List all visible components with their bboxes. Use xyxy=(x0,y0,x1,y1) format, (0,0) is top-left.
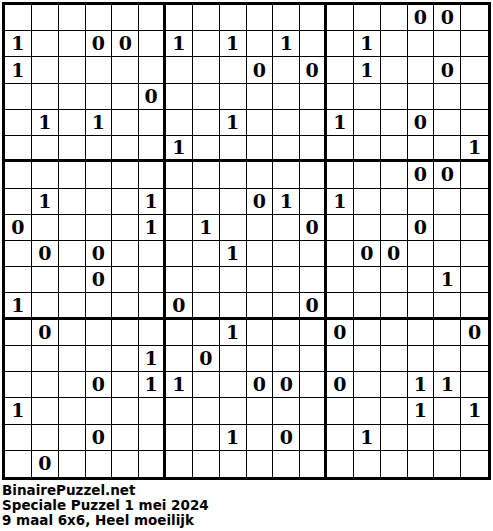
cell-r16c2-empty xyxy=(32,398,59,424)
cell-r8c4-empty xyxy=(86,189,113,215)
cell-r9c8-given-1: 1 xyxy=(193,215,220,241)
cell-r2c10-empty xyxy=(247,31,274,57)
cell-r3c7-empty xyxy=(166,57,193,83)
cell-r6c6-empty xyxy=(139,136,166,162)
cell-r13c4-empty xyxy=(86,320,113,346)
cell-r6c13-empty xyxy=(327,136,354,162)
cell-r4c11-empty xyxy=(273,84,300,110)
cell-r9c14-empty xyxy=(354,215,381,241)
cell-r3c14-given-1: 1 xyxy=(354,57,381,83)
cell-r12c7-given-0: 0 xyxy=(166,293,193,319)
cell-r2c14-given-1: 1 xyxy=(354,31,381,57)
cell-r16c15-empty xyxy=(381,398,408,424)
cell-r6c17-empty xyxy=(434,136,461,162)
cell-r13c12-empty xyxy=(300,320,327,346)
cell-r5c1-empty xyxy=(5,110,32,136)
cell-r8c7-empty xyxy=(166,189,193,215)
cell-r4c3-empty xyxy=(59,84,86,110)
cell-r4c16-empty xyxy=(408,84,435,110)
cell-r15c5-empty xyxy=(112,372,139,398)
cell-r4c7-empty xyxy=(166,84,193,110)
cell-r5c8-empty xyxy=(193,110,220,136)
cell-r15c3-empty xyxy=(59,372,86,398)
cell-r17c15-empty xyxy=(381,425,408,451)
cell-r3c13-empty xyxy=(327,57,354,83)
cell-r9c4-empty xyxy=(86,215,113,241)
cell-r15c16-given-1: 1 xyxy=(408,372,435,398)
cell-r13c10-empty xyxy=(247,320,274,346)
cell-r18c3-empty xyxy=(59,451,86,477)
cell-r1c13-empty xyxy=(327,5,354,31)
cell-r17c4-given-0: 0 xyxy=(86,425,113,451)
cell-r11c18-empty xyxy=(461,267,488,293)
cell-r5c7-empty xyxy=(166,110,193,136)
cell-r10c14-given-0: 0 xyxy=(354,241,381,267)
cell-r3c10-given-0: 0 xyxy=(247,57,274,83)
cell-r5c10-empty xyxy=(247,110,274,136)
cell-r10c8-empty xyxy=(193,241,220,267)
cell-r4c8-empty xyxy=(193,84,220,110)
cell-r7c12-empty xyxy=(300,162,327,188)
cell-r1c11-empty xyxy=(273,5,300,31)
cell-r15c14-empty xyxy=(354,372,381,398)
cell-r4c6-given-0: 0 xyxy=(139,84,166,110)
cell-r17c12-empty xyxy=(300,425,327,451)
cell-r1c14-empty xyxy=(354,5,381,31)
printable-puzzle-page: 0010011111001001111011001101101100001000… xyxy=(0,0,493,531)
cell-r9c13-empty xyxy=(327,215,354,241)
cell-r1c3-empty xyxy=(59,5,86,31)
cell-r18c13-empty xyxy=(327,451,354,477)
cell-r11c2-empty xyxy=(32,267,59,293)
cell-r7c15-empty xyxy=(381,162,408,188)
cell-r18c11-empty xyxy=(273,451,300,477)
cell-r4c10-empty xyxy=(247,84,274,110)
cell-r14c17-empty xyxy=(434,346,461,372)
cell-r11c3-empty xyxy=(59,267,86,293)
cell-r12c4-empty xyxy=(86,293,113,319)
cell-r17c2-empty xyxy=(32,425,59,451)
cell-r3c11-empty xyxy=(273,57,300,83)
cell-r11c8-empty xyxy=(193,267,220,293)
cell-r5c4-given-1: 1 xyxy=(86,110,113,136)
cell-r14c2-empty xyxy=(32,346,59,372)
cell-r15c8-empty xyxy=(193,372,220,398)
cell-r1c9-empty xyxy=(220,5,247,31)
cell-r12c11-empty xyxy=(273,293,300,319)
cell-r6c8-empty xyxy=(193,136,220,162)
cell-r13c14-empty xyxy=(354,320,381,346)
cell-r2c16-empty xyxy=(408,31,435,57)
cell-r12c5-empty xyxy=(112,293,139,319)
cell-r5c16-given-0: 0 xyxy=(408,110,435,136)
cell-r17c14-given-1: 1 xyxy=(354,425,381,451)
cell-r13c17-empty xyxy=(434,320,461,346)
cell-r14c16-empty xyxy=(408,346,435,372)
cell-r11c13-empty xyxy=(327,267,354,293)
cell-r3c9-empty xyxy=(220,57,247,83)
cell-r7c7-empty xyxy=(166,162,193,188)
cell-r9c2-empty xyxy=(32,215,59,241)
cell-r18c4-empty xyxy=(86,451,113,477)
cell-r17c7-empty xyxy=(166,425,193,451)
cell-r11c17-given-1: 1 xyxy=(434,267,461,293)
cell-r14c11-empty xyxy=(273,346,300,372)
cell-r12c8-empty xyxy=(193,293,220,319)
cell-r11c15-empty xyxy=(381,267,408,293)
cell-r13c8-empty xyxy=(193,320,220,346)
cell-r3c3-empty xyxy=(59,57,86,83)
cell-r10c11-empty xyxy=(273,241,300,267)
cell-r8c6-given-1: 1 xyxy=(139,189,166,215)
cell-r11c11-empty xyxy=(273,267,300,293)
cell-r5c6-empty xyxy=(139,110,166,136)
cell-r4c1-empty xyxy=(5,84,32,110)
cell-r10c10-empty xyxy=(247,241,274,267)
cell-r7c17-given-0: 0 xyxy=(434,162,461,188)
cell-r11c5-empty xyxy=(112,267,139,293)
cell-r17c9-given-1: 1 xyxy=(220,425,247,451)
cell-r14c13-empty xyxy=(327,346,354,372)
cell-r4c4-empty xyxy=(86,84,113,110)
cell-r18c15-empty xyxy=(381,451,408,477)
cell-r12c18-empty xyxy=(461,293,488,319)
cell-r17c1-empty xyxy=(5,425,32,451)
cell-r2c6-empty xyxy=(139,31,166,57)
cell-r9c10-empty xyxy=(247,215,274,241)
cell-r13c3-empty xyxy=(59,320,86,346)
cell-r17c16-empty xyxy=(408,425,435,451)
cell-r14c4-empty xyxy=(86,346,113,372)
cell-r15c11-given-0: 0 xyxy=(273,372,300,398)
cell-r9c17-empty xyxy=(434,215,461,241)
cell-r10c9-given-1: 1 xyxy=(220,241,247,267)
cell-r13c13-given-0: 0 xyxy=(327,320,354,346)
cell-r18c8-empty xyxy=(193,451,220,477)
cell-r7c6-empty xyxy=(139,162,166,188)
cell-r15c17-given-1: 1 xyxy=(434,372,461,398)
cell-r3c17-given-0: 0 xyxy=(434,57,461,83)
cell-r14c5-empty xyxy=(112,346,139,372)
cell-r2c8-empty xyxy=(193,31,220,57)
cell-r2c15-empty xyxy=(381,31,408,57)
cell-r15c4-given-0: 0 xyxy=(86,372,113,398)
cell-r3c16-empty xyxy=(408,57,435,83)
cell-r18c10-empty xyxy=(247,451,274,477)
cell-r12c2-empty xyxy=(32,293,59,319)
cell-r15c10-given-0: 0 xyxy=(247,372,274,398)
cell-r14c7-empty xyxy=(166,346,193,372)
cell-r2c2-empty xyxy=(32,31,59,57)
cell-r6c5-empty xyxy=(112,136,139,162)
cell-r15c13-given-0: 0 xyxy=(327,372,354,398)
cell-r5c13-given-1: 1 xyxy=(327,110,354,136)
cell-r6c1-empty xyxy=(5,136,32,162)
cell-r8c9-empty xyxy=(220,189,247,215)
cell-r6c11-empty xyxy=(273,136,300,162)
cell-r6c2-empty xyxy=(32,136,59,162)
cell-r16c18-given-1: 1 xyxy=(461,398,488,424)
cell-r7c18-empty xyxy=(461,162,488,188)
cell-r8c10-given-0: 0 xyxy=(247,189,274,215)
cell-r9c12-given-0: 0 xyxy=(300,215,327,241)
cell-r14c6-given-1: 1 xyxy=(139,346,166,372)
cell-r2c7-given-1: 1 xyxy=(166,31,193,57)
cell-r8c14-empty xyxy=(354,189,381,215)
cell-r15c7-given-1: 1 xyxy=(166,372,193,398)
cell-r12c10-empty xyxy=(247,293,274,319)
cell-r7c11-empty xyxy=(273,162,300,188)
cell-r18c16-empty xyxy=(408,451,435,477)
cell-r15c6-given-1: 1 xyxy=(139,372,166,398)
cell-r14c12-empty xyxy=(300,346,327,372)
cell-r6c7-given-1: 1 xyxy=(166,136,193,162)
cell-r16c13-empty xyxy=(327,398,354,424)
cell-r5c2-given-1: 1 xyxy=(32,110,59,136)
cell-r18c17-empty xyxy=(434,451,461,477)
cell-r1c10-empty xyxy=(247,5,274,31)
cell-r8c15-empty xyxy=(381,189,408,215)
cell-r11c10-empty xyxy=(247,267,274,293)
cell-r11c16-empty xyxy=(408,267,435,293)
cell-r14c10-empty xyxy=(247,346,274,372)
cell-r2c5-given-0: 0 xyxy=(112,31,139,57)
cell-r10c16-empty xyxy=(408,241,435,267)
cell-r7c14-empty xyxy=(354,162,381,188)
cell-r6c18-given-1: 1 xyxy=(461,136,488,162)
cell-r11c12-empty xyxy=(300,267,327,293)
cell-r1c4-empty xyxy=(86,5,113,31)
cell-r1c15-empty xyxy=(381,5,408,31)
cell-r5c3-empty xyxy=(59,110,86,136)
cell-r11c14-empty xyxy=(354,267,381,293)
cell-r2c11-given-1: 1 xyxy=(273,31,300,57)
cell-r9c6-given-1: 1 xyxy=(139,215,166,241)
cell-r17c5-empty xyxy=(112,425,139,451)
cell-r8c12-empty xyxy=(300,189,327,215)
cell-r2c4-given-0: 0 xyxy=(86,31,113,57)
cell-r5c17-empty xyxy=(434,110,461,136)
cell-r16c5-empty xyxy=(112,398,139,424)
cell-r16c17-empty xyxy=(434,398,461,424)
cell-r17c18-empty xyxy=(461,425,488,451)
cell-r1c6-empty xyxy=(139,5,166,31)
cell-r16c12-empty xyxy=(300,398,327,424)
cell-r13c9-given-1: 1 xyxy=(220,320,247,346)
site-name: BinairePuzzel.net xyxy=(2,483,209,498)
cell-r3c8-empty xyxy=(193,57,220,83)
cell-r10c6-empty xyxy=(139,241,166,267)
cell-r7c13-empty xyxy=(327,162,354,188)
cell-r5c11-empty xyxy=(273,110,300,136)
cell-r3c4-empty xyxy=(86,57,113,83)
cell-r2c18-empty xyxy=(461,31,488,57)
cell-r12c17-empty xyxy=(434,293,461,319)
cell-r12c3-empty xyxy=(59,293,86,319)
cell-r9c1-given-0: 0 xyxy=(5,215,32,241)
cell-r5c5-empty xyxy=(112,110,139,136)
cell-r10c18-empty xyxy=(461,241,488,267)
cell-r5c14-empty xyxy=(354,110,381,136)
cell-r14c9-empty xyxy=(220,346,247,372)
cell-r1c16-given-0: 0 xyxy=(408,5,435,31)
cell-r18c9-empty xyxy=(220,451,247,477)
binary-puzzle-board: 0010011111001001111011001101101100001000… xyxy=(2,2,491,480)
cell-r18c7-empty xyxy=(166,451,193,477)
cell-r17c17-empty xyxy=(434,425,461,451)
cell-r3c2-empty xyxy=(32,57,59,83)
cell-r10c2-given-0: 0 xyxy=(32,241,59,267)
cell-r16c7-empty xyxy=(166,398,193,424)
cell-r2c1-given-1: 1 xyxy=(5,31,32,57)
cell-r13c6-empty xyxy=(139,320,166,346)
cell-r9c18-empty xyxy=(461,215,488,241)
cell-r10c7-empty xyxy=(166,241,193,267)
cell-r14c1-empty xyxy=(5,346,32,372)
cell-r9c3-empty xyxy=(59,215,86,241)
cell-r3c12-given-0: 0 xyxy=(300,57,327,83)
cell-r6c9-empty xyxy=(220,136,247,162)
cell-r14c3-empty xyxy=(59,346,86,372)
cell-r8c2-given-1: 1 xyxy=(32,189,59,215)
cell-r12c1-given-1: 1 xyxy=(5,293,32,319)
cell-r12c15-empty xyxy=(381,293,408,319)
cell-r8c13-given-1: 1 xyxy=(327,189,354,215)
cell-r3c18-empty xyxy=(461,57,488,83)
cell-r7c8-empty xyxy=(193,162,220,188)
cell-r11c7-empty xyxy=(166,267,193,293)
cell-r8c11-given-1: 1 xyxy=(273,189,300,215)
cell-r13c16-empty xyxy=(408,320,435,346)
cell-r13c5-empty xyxy=(112,320,139,346)
cell-r9c7-empty xyxy=(166,215,193,241)
cell-r10c5-empty xyxy=(112,241,139,267)
puzzle-subtitle: 9 maal 6x6, Heel moeilijk xyxy=(2,513,209,528)
cell-r16c1-given-1: 1 xyxy=(5,398,32,424)
cell-r4c18-empty xyxy=(461,84,488,110)
cell-r10c13-empty xyxy=(327,241,354,267)
cell-r9c11-empty xyxy=(273,215,300,241)
cell-r9c16-given-0: 0 xyxy=(408,215,435,241)
cell-r7c3-empty xyxy=(59,162,86,188)
cell-r8c3-empty xyxy=(59,189,86,215)
cell-r7c16-given-0: 0 xyxy=(408,162,435,188)
cell-r16c3-empty xyxy=(59,398,86,424)
cell-r7c2-empty xyxy=(32,162,59,188)
cell-r10c12-empty xyxy=(300,241,327,267)
cell-r12c12-given-0: 0 xyxy=(300,293,327,319)
cell-r7c5-empty xyxy=(112,162,139,188)
cell-r2c13-empty xyxy=(327,31,354,57)
cell-r18c6-empty xyxy=(139,451,166,477)
cell-r1c18-empty xyxy=(461,5,488,31)
cell-r2c9-given-1: 1 xyxy=(220,31,247,57)
cell-r12c6-empty xyxy=(139,293,166,319)
cell-r2c3-empty xyxy=(59,31,86,57)
cell-r7c9-empty xyxy=(220,162,247,188)
cell-r1c7-empty xyxy=(166,5,193,31)
cell-r6c15-empty xyxy=(381,136,408,162)
cell-r6c14-empty xyxy=(354,136,381,162)
cell-r4c15-empty xyxy=(381,84,408,110)
cell-r15c9-empty xyxy=(220,372,247,398)
cell-r8c8-empty xyxy=(193,189,220,215)
cell-r7c10-empty xyxy=(247,162,274,188)
cell-r18c12-empty xyxy=(300,451,327,477)
cell-r12c14-empty xyxy=(354,293,381,319)
cell-r11c4-given-0: 0 xyxy=(86,267,113,293)
cell-r14c18-empty xyxy=(461,346,488,372)
cell-r4c5-empty xyxy=(112,84,139,110)
cell-r7c1-empty xyxy=(5,162,32,188)
cell-r5c15-empty xyxy=(381,110,408,136)
cell-r5c18-empty xyxy=(461,110,488,136)
cell-r15c18-empty xyxy=(461,372,488,398)
cell-r6c10-empty xyxy=(247,136,274,162)
cell-r18c2-given-0: 0 xyxy=(32,451,59,477)
cell-r12c13-empty xyxy=(327,293,354,319)
cell-r5c12-empty xyxy=(300,110,327,136)
cell-r16c11-empty xyxy=(273,398,300,424)
cell-r12c9-empty xyxy=(220,293,247,319)
cell-r7c4-empty xyxy=(86,162,113,188)
cell-r4c17-empty xyxy=(434,84,461,110)
cell-r6c4-empty xyxy=(86,136,113,162)
cell-r17c3-empty xyxy=(59,425,86,451)
cell-r8c16-empty xyxy=(408,189,435,215)
cell-r17c6-empty xyxy=(139,425,166,451)
cell-r15c12-empty xyxy=(300,372,327,398)
cell-r10c4-given-0: 0 xyxy=(86,241,113,267)
cell-r13c2-given-0: 0 xyxy=(32,320,59,346)
cell-r6c16-empty xyxy=(408,136,435,162)
cell-r15c1-empty xyxy=(5,372,32,398)
cell-r8c5-empty xyxy=(112,189,139,215)
cell-r8c17-empty xyxy=(434,189,461,215)
cell-r4c14-empty xyxy=(354,84,381,110)
cell-r16c9-empty xyxy=(220,398,247,424)
cell-r13c1-empty xyxy=(5,320,32,346)
cell-r16c14-empty xyxy=(354,398,381,424)
cell-r13c7-empty xyxy=(166,320,193,346)
cell-r6c12-empty xyxy=(300,136,327,162)
cell-r18c18-empty xyxy=(461,451,488,477)
cell-r14c15-empty xyxy=(381,346,408,372)
cell-r13c11-empty xyxy=(273,320,300,346)
cell-r12c16-empty xyxy=(408,293,435,319)
cell-r17c11-given-0: 0 xyxy=(273,425,300,451)
cell-r4c2-empty xyxy=(32,84,59,110)
cell-r10c17-empty xyxy=(434,241,461,267)
cell-r16c4-empty xyxy=(86,398,113,424)
cell-r16c10-empty xyxy=(247,398,274,424)
cell-r1c12-empty xyxy=(300,5,327,31)
footer: BinairePuzzel.net Speciale Puzzel 1 mei … xyxy=(2,483,209,528)
cell-r1c2-empty xyxy=(32,5,59,31)
puzzle-title: Speciale Puzzel 1 mei 2024 xyxy=(2,498,209,513)
cell-r1c5-empty xyxy=(112,5,139,31)
cell-r10c15-given-0: 0 xyxy=(381,241,408,267)
cell-r3c5-empty xyxy=(112,57,139,83)
cell-r3c1-given-1: 1 xyxy=(5,57,32,83)
cell-r17c8-empty xyxy=(193,425,220,451)
cell-r3c15-empty xyxy=(381,57,408,83)
cell-r4c12-empty xyxy=(300,84,327,110)
cell-r11c9-empty xyxy=(220,267,247,293)
cell-r14c8-given-0: 0 xyxy=(193,346,220,372)
cell-r18c14-empty xyxy=(354,451,381,477)
cell-r16c16-given-1: 1 xyxy=(408,398,435,424)
